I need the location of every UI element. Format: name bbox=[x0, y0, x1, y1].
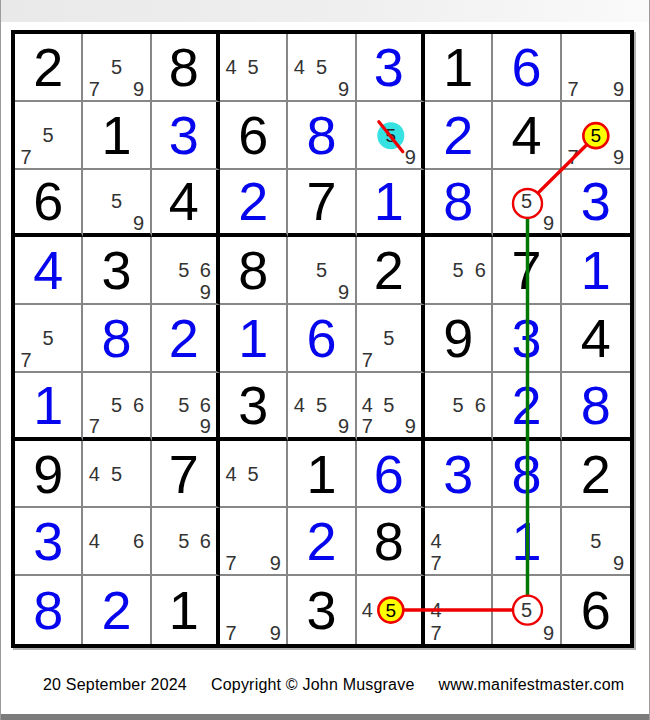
candidate-grid: 459 bbox=[288, 373, 354, 437]
solved-digit: 3 bbox=[443, 447, 473, 501]
given-digit: 7 bbox=[169, 447, 199, 501]
sudoku-cell[interactable]: 59 bbox=[288, 237, 356, 305]
candidate-digit: 5 bbox=[173, 259, 194, 281]
solved-digit: 1 bbox=[374, 174, 404, 228]
sudoku-cell[interactable]: 567 bbox=[83, 373, 151, 441]
candidate-digit: 7 bbox=[562, 78, 585, 100]
sudoku-cell[interactable]: 1 bbox=[220, 305, 288, 373]
sudoku-cell[interactable]: 7 bbox=[288, 170, 356, 238]
solved-digit: 3 bbox=[169, 108, 199, 162]
sudoku-cell[interactable]: 56 bbox=[425, 373, 493, 441]
sudoku-cell[interactable]: 1 bbox=[493, 508, 561, 576]
solved-digit: 8 bbox=[443, 174, 473, 228]
candidate-grid: 59 bbox=[288, 237, 354, 303]
sudoku-cell[interactable]: 8 bbox=[425, 170, 493, 238]
sudoku-cell[interactable]: 2 bbox=[83, 576, 151, 644]
candidate-grid: 59 bbox=[83, 170, 149, 234]
sudoku-cell[interactable]: 4 bbox=[15, 237, 83, 305]
candidate-grid: 59 bbox=[562, 508, 630, 574]
candidate-digit: 6 bbox=[195, 394, 216, 415]
candidate-digit: 7 bbox=[562, 146, 585, 168]
given-digit: 4 bbox=[169, 174, 199, 228]
candidate-digit: 5 bbox=[378, 124, 399, 146]
sudoku-cell[interactable]: 45 bbox=[357, 576, 425, 644]
candidate-digit: 5 bbox=[310, 56, 332, 78]
candidate-grid: 46 bbox=[83, 508, 149, 574]
sudoku-cell[interactable]: 4 bbox=[562, 305, 630, 373]
sudoku-cell[interactable]: 579 bbox=[562, 102, 630, 170]
given-digit: 7 bbox=[306, 174, 336, 228]
candidate-digit: 6 bbox=[128, 394, 150, 415]
sudoku-cell[interactable]: 57 bbox=[15, 102, 83, 170]
candidate-digit: 5 bbox=[37, 124, 59, 146]
candidate-grid: 56 bbox=[425, 373, 491, 437]
candidate-grid: 79 bbox=[220, 576, 286, 644]
solved-digit: 2 bbox=[169, 311, 199, 365]
solved-digit: 2 bbox=[101, 583, 131, 637]
sudoku-cell[interactable]: 79 bbox=[220, 508, 288, 576]
candidate-digit: 5 bbox=[173, 394, 194, 415]
sudoku-cell[interactable]: 2 bbox=[425, 102, 493, 170]
copyright-text: Copyright © John Musgrave bbox=[211, 676, 415, 694]
sudoku-cell[interactable]: 9 bbox=[15, 441, 83, 509]
candidate-grid: 579 bbox=[83, 34, 149, 100]
given-digit: 9 bbox=[443, 311, 473, 365]
given-digit: 3 bbox=[101, 243, 131, 297]
given-digit: 6 bbox=[33, 174, 63, 228]
sudoku-board: 2579845459316795713685924579659427185934… bbox=[11, 30, 634, 648]
candidate-digit: 5 bbox=[515, 191, 537, 212]
solved-digit: 3 bbox=[374, 40, 404, 94]
candidate-digit: 9 bbox=[264, 552, 286, 574]
sudoku-cell[interactable]: 7 bbox=[152, 441, 220, 509]
sudoku-cell[interactable]: 579 bbox=[83, 34, 151, 102]
candidate-digit: 9 bbox=[400, 146, 421, 168]
candidate-digit: 5 bbox=[173, 530, 194, 552]
sudoku-cell[interactable]: 59 bbox=[493, 170, 561, 238]
sudoku-cell[interactable]: 3 bbox=[220, 373, 288, 441]
candidate-grid: 57 bbox=[357, 305, 421, 371]
solved-digit: 6 bbox=[306, 311, 336, 365]
sudoku-cell[interactable]: 9 bbox=[425, 305, 493, 373]
sudoku-cell[interactable]: 59 bbox=[562, 508, 630, 576]
sudoku-cell[interactable]: 4 bbox=[493, 102, 561, 170]
sudoku-cell[interactable]: 3 bbox=[493, 305, 561, 373]
candidate-digit: 4 bbox=[288, 56, 310, 78]
candidate-grid: 45 bbox=[220, 34, 286, 100]
given-digit: 2 bbox=[374, 243, 404, 297]
candidate-digit: 4 bbox=[83, 530, 105, 552]
page-top-bar bbox=[1, 0, 649, 22]
given-digit: 1 bbox=[306, 447, 336, 501]
candidate-grid: 4579 bbox=[357, 373, 421, 437]
candidate-digit: 6 bbox=[128, 530, 150, 552]
candidate-grid: 47 bbox=[425, 508, 491, 574]
given-digit: 1 bbox=[101, 108, 131, 162]
solved-digit: 8 bbox=[101, 311, 131, 365]
sudoku-cell[interactable]: 1 bbox=[83, 102, 151, 170]
sudoku-cell[interactable]: 4579 bbox=[357, 373, 425, 441]
given-digit: 3 bbox=[238, 378, 268, 432]
candidate-digit: 7 bbox=[83, 78, 105, 100]
sudoku-cell[interactable]: 8 bbox=[493, 441, 561, 509]
candidate-digit: 5 bbox=[105, 463, 127, 485]
sudoku-cell[interactable]: 47 bbox=[425, 576, 493, 644]
candidate-digit: 9 bbox=[264, 621, 286, 644]
solved-digit: 2 bbox=[443, 108, 473, 162]
candidate-digit: 7 bbox=[425, 552, 447, 574]
given-digit: 3 bbox=[306, 583, 336, 637]
sudoku-cell[interactable]: 3 bbox=[562, 170, 630, 238]
candidate-digit: 7 bbox=[83, 415, 105, 436]
candidate-grid: 59 bbox=[357, 102, 421, 168]
candidate-digit: 5 bbox=[584, 530, 607, 552]
sudoku-cell[interactable]: 8 bbox=[288, 102, 356, 170]
candidate-digit: 7 bbox=[15, 146, 37, 168]
candidate-digit: 5 bbox=[378, 394, 399, 415]
candidate-digit: 5 bbox=[37, 327, 59, 349]
candidate-digit: 4 bbox=[83, 463, 105, 485]
candidate-digit: 9 bbox=[195, 281, 216, 303]
solved-digit: 4 bbox=[33, 243, 63, 297]
sudoku-cell[interactable]: 3 bbox=[83, 237, 151, 305]
candidate-digit: 4 bbox=[288, 394, 310, 415]
sudoku-cell[interactable]: 6 bbox=[220, 102, 288, 170]
candidate-grid: 45 bbox=[357, 576, 421, 644]
given-digit: 6 bbox=[581, 583, 611, 637]
sudoku-cell[interactable]: 59 bbox=[357, 102, 425, 170]
candidate-digit: 5 bbox=[447, 394, 469, 415]
solved-digit: 6 bbox=[374, 447, 404, 501]
sudoku-cell[interactable]: 3 bbox=[357, 34, 425, 102]
candidate-digit: 4 bbox=[220, 56, 242, 78]
candidate-digit: 7 bbox=[15, 349, 37, 371]
candidate-digit: 4 bbox=[357, 599, 378, 622]
solved-digit: 2 bbox=[238, 174, 268, 228]
sudoku-cell[interactable]: 59 bbox=[83, 170, 151, 238]
sudoku-cell[interactable]: 2 bbox=[288, 508, 356, 576]
solved-digit: 8 bbox=[511, 447, 541, 501]
candidate-digit: 4 bbox=[425, 530, 447, 552]
sudoku-cell[interactable]: 56 bbox=[425, 237, 493, 305]
candidate-grid: 79 bbox=[220, 508, 286, 574]
sudoku-cell[interactable]: 8 bbox=[83, 305, 151, 373]
candidate-digit: 5 bbox=[105, 191, 127, 212]
sudoku-cell[interactable]: 1 bbox=[152, 576, 220, 644]
given-digit: 4 bbox=[511, 108, 541, 162]
sudoku-cell[interactable]: 569 bbox=[152, 237, 220, 305]
sudoku-cell[interactable]: 79 bbox=[562, 34, 630, 102]
candidate-grid: 47 bbox=[425, 576, 491, 644]
given-digit: 8 bbox=[374, 514, 404, 568]
candidate-digit: 9 bbox=[128, 212, 150, 233]
footer: 20 September 2024 Copyright © John Musgr… bbox=[43, 676, 624, 694]
sudoku-cell[interactable]: 1 bbox=[357, 170, 425, 238]
candidate-digit: 6 bbox=[469, 259, 491, 281]
candidate-digit: 4 bbox=[425, 599, 447, 622]
sudoku-cell[interactable]: 45 bbox=[220, 34, 288, 102]
candidate-digit: 5 bbox=[242, 463, 264, 485]
sudoku-cell[interactable]: 59 bbox=[493, 576, 561, 644]
sudoku-cell[interactable]: 3 bbox=[15, 508, 83, 576]
sudoku-cell[interactable]: 8 bbox=[357, 508, 425, 576]
solved-digit: 2 bbox=[511, 378, 541, 432]
sudoku-cell[interactable]: 45 bbox=[83, 441, 151, 509]
candidate-digit: 7 bbox=[425, 621, 447, 644]
sudoku-cell[interactable]: 2 bbox=[562, 441, 630, 509]
page-bottom-bar bbox=[1, 714, 649, 720]
candidate-grid: 569 bbox=[152, 373, 216, 437]
website-text: www.manifestmaster.com bbox=[439, 676, 625, 694]
candidate-grid: 569 bbox=[152, 237, 216, 303]
given-digit: 7 bbox=[511, 243, 541, 297]
candidate-digit: 7 bbox=[220, 621, 242, 644]
sudoku-cell[interactable]: 1 bbox=[425, 34, 493, 102]
candidate-digit: 5 bbox=[242, 56, 264, 78]
candidate-digit: 4 bbox=[220, 463, 242, 485]
sudoku-cell[interactable]: 4 bbox=[152, 170, 220, 238]
sudoku-cell[interactable]: 57 bbox=[357, 305, 425, 373]
sudoku-cell[interactable]: 8 bbox=[152, 34, 220, 102]
candidate-digit: 5 bbox=[584, 124, 607, 146]
candidate-digit: 5 bbox=[378, 599, 399, 622]
sudoku-cell[interactable]: 47 bbox=[425, 508, 493, 576]
page: 2579845459316795713685924579659427185934… bbox=[0, 0, 650, 720]
candidate-grid: 579 bbox=[562, 102, 630, 168]
candidate-digit: 5 bbox=[310, 259, 332, 281]
candidate-digit: 9 bbox=[538, 212, 560, 233]
sudoku-cell[interactable]: 45 bbox=[220, 441, 288, 509]
sudoku-cell[interactable]: 2 bbox=[493, 373, 561, 441]
candidate-grid: 56 bbox=[152, 508, 216, 574]
candidate-digit: 9 bbox=[400, 415, 421, 436]
candidate-digit: 9 bbox=[538, 621, 560, 644]
sudoku-cell[interactable]: 6 bbox=[562, 576, 630, 644]
candidate-grid: 57 bbox=[15, 305, 81, 371]
candidate-digit: 6 bbox=[469, 394, 491, 415]
date-text: 20 September 2024 bbox=[43, 676, 187, 694]
candidate-digit: 5 bbox=[378, 327, 399, 349]
sudoku-cell[interactable]: 6 bbox=[288, 305, 356, 373]
sudoku-cell[interactable]: 3 bbox=[425, 441, 493, 509]
solved-digit: 3 bbox=[33, 514, 63, 568]
sudoku-cell[interactable]: 8 bbox=[220, 237, 288, 305]
solved-digit: 8 bbox=[581, 378, 611, 432]
candidate-digit: 4 bbox=[357, 394, 378, 415]
candidate-digit: 5 bbox=[105, 56, 127, 78]
candidate-digit: 9 bbox=[607, 552, 630, 574]
sudoku-cell[interactable]: 3 bbox=[152, 102, 220, 170]
sudoku-cell[interactable]: 2 bbox=[152, 305, 220, 373]
candidate-digit: 7 bbox=[220, 552, 242, 574]
solved-digit: 8 bbox=[33, 583, 63, 637]
candidate-grid: 459 bbox=[288, 34, 354, 100]
solved-digit: 1 bbox=[33, 378, 63, 432]
candidate-digit: 9 bbox=[333, 415, 355, 436]
sudoku-cell[interactable]: 569 bbox=[152, 373, 220, 441]
solved-digit: 8 bbox=[306, 108, 336, 162]
sudoku-cell[interactable]: 6 bbox=[357, 441, 425, 509]
solved-digit: 6 bbox=[511, 40, 541, 94]
given-digit: 9 bbox=[33, 447, 63, 501]
candidate-digit: 6 bbox=[195, 530, 216, 552]
given-digit: 8 bbox=[169, 40, 199, 94]
given-digit: 1 bbox=[169, 583, 199, 637]
given-digit: 8 bbox=[238, 243, 268, 297]
solved-digit: 1 bbox=[581, 243, 611, 297]
given-digit: 4 bbox=[581, 311, 611, 365]
sudoku-cell[interactable]: 6 bbox=[15, 170, 83, 238]
sudoku-cell[interactable]: 2 bbox=[15, 34, 83, 102]
candidate-grid: 57 bbox=[15, 102, 81, 168]
solved-digit: 1 bbox=[238, 311, 268, 365]
candidate-digit: 9 bbox=[333, 281, 355, 303]
candidate-digit: 9 bbox=[607, 78, 630, 100]
candidate-grid: 45 bbox=[83, 441, 149, 507]
sudoku-cell[interactable]: 1 bbox=[562, 237, 630, 305]
given-digit: 2 bbox=[33, 40, 63, 94]
sudoku-cell[interactable]: 46 bbox=[83, 508, 151, 576]
sudoku-cell[interactable]: 1 bbox=[288, 441, 356, 509]
sudoku-cell[interactable]: 57 bbox=[15, 305, 83, 373]
sudoku-cell[interactable]: 8 bbox=[15, 576, 83, 644]
sudoku-cell[interactable]: 7 bbox=[493, 237, 561, 305]
sudoku-cell[interactable]: 1 bbox=[15, 373, 83, 441]
candidate-grid: 567 bbox=[83, 373, 149, 437]
sudoku-cell[interactable]: 3 bbox=[288, 576, 356, 644]
sudoku-cell[interactable]: 2 bbox=[357, 237, 425, 305]
given-digit: 6 bbox=[238, 108, 268, 162]
given-digit: 1 bbox=[443, 40, 473, 94]
candidate-grid: 59 bbox=[493, 170, 559, 234]
candidate-grid: 79 bbox=[562, 34, 630, 100]
solved-digit: 3 bbox=[581, 174, 611, 228]
sudoku-cell[interactable]: 459 bbox=[288, 34, 356, 102]
sudoku-cell[interactable]: 8 bbox=[562, 373, 630, 441]
sudoku-cell[interactable]: 56 bbox=[152, 508, 220, 576]
candidate-digit: 5 bbox=[310, 394, 332, 415]
candidate-digit: 9 bbox=[333, 78, 355, 100]
sudoku-cell[interactable]: 2 bbox=[220, 170, 288, 238]
candidate-digit: 9 bbox=[195, 415, 216, 436]
candidate-digit: 7 bbox=[357, 415, 378, 436]
candidate-digit: 5 bbox=[515, 599, 537, 622]
given-digit: 2 bbox=[581, 447, 611, 501]
candidate-digit: 5 bbox=[105, 394, 127, 415]
candidate-digit: 9 bbox=[607, 146, 630, 168]
solved-digit: 1 bbox=[511, 514, 541, 568]
candidate-digit: 6 bbox=[195, 259, 216, 281]
solved-digit: 2 bbox=[306, 514, 336, 568]
candidate-grid: 59 bbox=[493, 576, 559, 644]
candidate-grid: 45 bbox=[220, 441, 286, 507]
sudoku-cell[interactable]: 79 bbox=[220, 576, 288, 644]
candidate-digit: 5 bbox=[447, 259, 469, 281]
candidate-digit: 9 bbox=[128, 78, 150, 100]
candidate-grid: 56 bbox=[425, 237, 491, 303]
candidate-digit: 7 bbox=[357, 349, 378, 371]
sudoku-cell[interactable]: 459 bbox=[288, 373, 356, 441]
sudoku-cell[interactable]: 6 bbox=[493, 34, 561, 102]
solved-digit: 3 bbox=[511, 311, 541, 365]
